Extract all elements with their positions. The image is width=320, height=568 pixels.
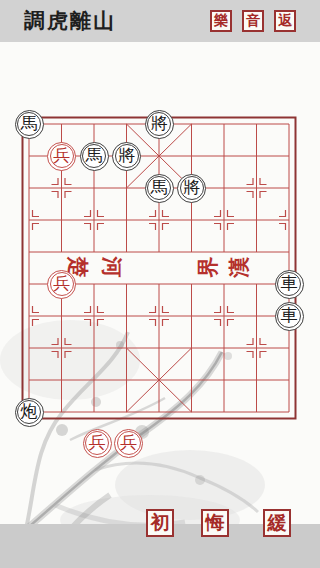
back-button[interactable]: 返 bbox=[274, 10, 296, 32]
puzzle-title: 調虎離山 bbox=[24, 0, 116, 42]
piece-black[interactable]: 車 bbox=[275, 270, 304, 299]
piece-black[interactable]: 將 bbox=[177, 174, 206, 203]
restart-button[interactable]: 初 bbox=[146, 509, 174, 537]
piece-black[interactable]: 將 bbox=[112, 142, 141, 171]
river-label: 漢 bbox=[225, 257, 253, 278]
piece-red[interactable]: 兵 bbox=[114, 429, 143, 458]
slow-button[interactable]: 緩 bbox=[263, 509, 291, 537]
piece-red[interactable]: 兵 bbox=[47, 270, 76, 299]
piece-black[interactable]: 馬 bbox=[80, 142, 109, 171]
app-screen: 楚 河 界 漢 馬將兵馬將馬將兵車車炮兵兵 調虎離山 樂 音 返 初 悔 緩 bbox=[0, 0, 320, 568]
top-bar: 調虎離山 樂 音 返 bbox=[0, 0, 320, 42]
river-label: 界 bbox=[194, 257, 222, 278]
top-buttons: 樂 音 返 bbox=[210, 10, 296, 32]
piece-black[interactable]: 將 bbox=[145, 110, 174, 139]
piece-red[interactable]: 兵 bbox=[83, 429, 112, 458]
music-button[interactable]: 樂 bbox=[210, 10, 232, 32]
piece-black[interactable]: 馬 bbox=[15, 110, 44, 139]
piece-red[interactable]: 兵 bbox=[47, 142, 76, 171]
undo-button[interactable]: 悔 bbox=[201, 509, 229, 537]
piece-black[interactable]: 馬 bbox=[145, 174, 174, 203]
sound-button[interactable]: 音 bbox=[242, 10, 264, 32]
piece-black[interactable]: 車 bbox=[275, 302, 304, 331]
river-label: 河 bbox=[98, 257, 126, 278]
piece-black[interactable]: 炮 bbox=[15, 398, 44, 427]
